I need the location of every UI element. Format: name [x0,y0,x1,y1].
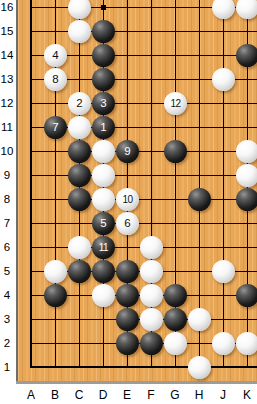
stone-white-d4 [92,284,115,307]
grid-line-row-8 [30,199,257,200]
stone-black-e2 [116,332,139,355]
grid-line-row-12 [30,103,257,104]
stone-white-c15 [68,20,91,43]
row-label-16: 16 [0,0,14,14]
board-bottom-edge [16,381,257,384]
col-label-A: A [23,388,39,402]
stone-black-g3 [164,308,187,331]
move-number-7: 7 [52,122,58,134]
row-label-3: 3 [0,312,14,326]
col-label-E: E [119,388,135,402]
stone-black-b4 [44,284,67,307]
move-number-11: 11 [99,243,108,253]
stone-black-d14 [92,44,115,67]
col-label-F: F [143,388,159,402]
row-label-10: 10 [0,144,14,158]
stone-black-d15 [92,20,115,43]
stone-black-k14 [236,44,257,67]
row-label-11: 11 [0,120,14,134]
stone-white-g12: 12 [164,92,187,115]
star-point-d16 [101,5,106,10]
grid-line-row-1 [30,366,257,368]
row-label-13: 13 [0,72,14,86]
move-number-1: 1 [100,122,106,134]
stone-white-f6 [140,236,163,259]
stone-white-f3 [140,308,163,331]
stone-black-h8 [188,188,211,211]
move-number-6: 6 [124,218,130,230]
stone-black-k4 [236,284,257,307]
stone-white-k10 [236,140,257,163]
stone-white-b5 [44,260,67,283]
stone-white-c11 [68,116,91,139]
row-label-2: 2 [0,336,14,350]
row-label-1: 1 [0,360,14,374]
stone-white-g2 [164,332,187,355]
stone-white-k9 [236,164,257,187]
stone-black-c5 [68,260,91,283]
move-number-3: 3 [100,98,106,110]
grid-line-row-9 [30,175,257,176]
move-number-5: 5 [100,218,106,230]
row-label-7: 7 [0,216,14,230]
stone-white-f4 [140,284,163,307]
stone-black-d5 [92,260,115,283]
stone-black-d7: 5 [92,212,115,235]
col-label-G: G [167,388,183,402]
stone-white-k2 [236,332,257,355]
stone-white-d9 [92,164,115,187]
stone-white-f5 [140,260,163,283]
move-number-9: 9 [124,146,130,158]
stone-black-d11: 1 [92,116,115,139]
grid-line-row-15 [30,31,257,32]
stone-white-b13: 8 [44,68,67,91]
stone-black-g10 [164,140,187,163]
grid-line-row-7 [30,223,257,224]
stone-white-b14: 4 [44,44,67,67]
col-label-B: B [47,388,63,402]
stone-black-k8 [236,188,257,211]
stone-white-d10 [92,140,115,163]
row-label-9: 9 [0,168,14,182]
col-label-K: K [239,388,255,402]
col-label-H: H [191,388,207,402]
stone-black-c9 [68,164,91,187]
col-label-D: D [95,388,111,402]
move-number-2: 2 [76,98,82,110]
stone-black-b11: 7 [44,116,67,139]
stone-black-d13 [92,68,115,91]
stone-white-j13 [212,68,235,91]
stone-white-k16 [236,0,257,19]
stone-black-e3 [116,308,139,331]
row-label-6: 6 [0,240,14,254]
grid-line-row-10 [30,151,257,152]
stone-white-h1 [188,356,211,379]
stone-black-c8 [68,188,91,211]
stone-black-e4 [116,284,139,307]
stone-black-d12: 3 [92,92,115,115]
move-number-10: 10 [122,195,132,205]
stone-black-e10: 9 [116,140,139,163]
stone-black-c10 [68,140,91,163]
move-number-8: 8 [52,74,58,86]
stone-white-c12: 2 [68,92,91,115]
stone-white-c6 [68,236,91,259]
go-diagram: 16151413121110987654321ABCDEFGHJK4823127… [0,0,257,404]
col-label-J: J [215,388,231,402]
row-label-4: 4 [0,288,14,302]
stone-black-d6: 11 [92,236,115,259]
stone-white-h3 [188,308,211,331]
stone-white-j5 [212,260,235,283]
row-label-15: 15 [0,24,14,38]
stone-white-e7: 6 [116,212,139,235]
stone-black-g4 [164,284,187,307]
row-label-14: 14 [0,48,14,62]
row-label-5: 5 [0,264,14,278]
stone-white-j2 [212,332,235,355]
col-label-C: C [71,388,87,402]
move-number-4: 4 [52,50,58,62]
stone-black-e5 [116,260,139,283]
stone-black-f2 [140,332,163,355]
stone-white-d8 [92,188,115,211]
stone-white-e8: 10 [116,188,139,211]
move-number-12: 12 [170,99,180,109]
row-label-8: 8 [0,192,14,206]
row-label-12: 12 [0,96,14,110]
